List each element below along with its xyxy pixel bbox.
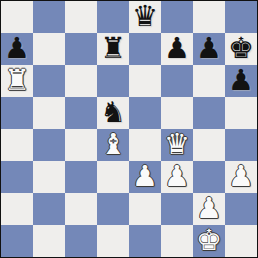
black-rook[interactable]: ♜ bbox=[100, 32, 126, 64]
square-b6[interactable] bbox=[33, 65, 65, 97]
square-g7[interactable]: ♟ bbox=[193, 33, 225, 65]
square-d1[interactable] bbox=[97, 225, 129, 257]
square-c3[interactable] bbox=[65, 161, 97, 193]
square-d8[interactable] bbox=[97, 1, 129, 33]
square-d7[interactable]: ♜ bbox=[97, 33, 129, 65]
square-e3[interactable]: ♟ bbox=[129, 161, 161, 193]
square-b4[interactable] bbox=[33, 129, 65, 161]
square-d3[interactable] bbox=[97, 161, 129, 193]
square-a8[interactable] bbox=[1, 1, 33, 33]
square-b8[interactable] bbox=[33, 1, 65, 33]
chess-board: ♛♟♜♟♟♚♜♟♞♝♛♟♟♟♟♚ bbox=[1, 1, 257, 257]
chess-board-frame: ♛♟♜♟♟♚♜♟♞♝♛♟♟♟♟♚ bbox=[0, 0, 258, 258]
square-f8[interactable] bbox=[161, 1, 193, 33]
square-c4[interactable] bbox=[65, 129, 97, 161]
black-knight[interactable]: ♞ bbox=[100, 96, 126, 128]
square-g6[interactable] bbox=[193, 65, 225, 97]
square-e4[interactable] bbox=[129, 129, 161, 161]
square-b1[interactable] bbox=[33, 225, 65, 257]
white-king[interactable]: ♚ bbox=[196, 224, 222, 256]
square-c2[interactable] bbox=[65, 193, 97, 225]
square-g1[interactable]: ♚ bbox=[193, 225, 225, 257]
square-b2[interactable] bbox=[33, 193, 65, 225]
white-pawn[interactable]: ♟ bbox=[196, 192, 222, 224]
square-g3[interactable] bbox=[193, 161, 225, 193]
square-b5[interactable] bbox=[33, 97, 65, 129]
square-c8[interactable] bbox=[65, 1, 97, 33]
square-h2[interactable] bbox=[225, 193, 257, 225]
square-a3[interactable] bbox=[1, 161, 33, 193]
square-a5[interactable] bbox=[1, 97, 33, 129]
square-f4[interactable]: ♛ bbox=[161, 129, 193, 161]
square-e6[interactable] bbox=[129, 65, 161, 97]
white-rook[interactable]: ♜ bbox=[4, 64, 30, 96]
square-h1[interactable] bbox=[225, 225, 257, 257]
white-pawn[interactable]: ♟ bbox=[228, 160, 254, 192]
square-e1[interactable] bbox=[129, 225, 161, 257]
square-a1[interactable] bbox=[1, 225, 33, 257]
square-a4[interactable] bbox=[1, 129, 33, 161]
black-pawn[interactable]: ♟ bbox=[164, 32, 190, 64]
square-h8[interactable] bbox=[225, 1, 257, 33]
square-f1[interactable] bbox=[161, 225, 193, 257]
square-h4[interactable] bbox=[225, 129, 257, 161]
square-f5[interactable] bbox=[161, 97, 193, 129]
square-c5[interactable] bbox=[65, 97, 97, 129]
square-f2[interactable] bbox=[161, 193, 193, 225]
square-f7[interactable]: ♟ bbox=[161, 33, 193, 65]
square-h3[interactable]: ♟ bbox=[225, 161, 257, 193]
white-pawn[interactable]: ♟ bbox=[132, 160, 158, 192]
square-g8[interactable] bbox=[193, 1, 225, 33]
square-c7[interactable] bbox=[65, 33, 97, 65]
square-a7[interactable]: ♟ bbox=[1, 33, 33, 65]
square-b3[interactable] bbox=[33, 161, 65, 193]
square-g4[interactable] bbox=[193, 129, 225, 161]
square-b7[interactable] bbox=[33, 33, 65, 65]
square-f6[interactable] bbox=[161, 65, 193, 97]
square-a2[interactable] bbox=[1, 193, 33, 225]
white-bishop[interactable]: ♝ bbox=[100, 128, 126, 160]
square-d6[interactable] bbox=[97, 65, 129, 97]
white-pawn[interactable]: ♟ bbox=[164, 160, 190, 192]
square-c1[interactable] bbox=[65, 225, 97, 257]
black-pawn[interactable]: ♟ bbox=[4, 32, 30, 64]
square-h7[interactable]: ♚ bbox=[225, 33, 257, 65]
square-g2[interactable]: ♟ bbox=[193, 193, 225, 225]
square-e2[interactable] bbox=[129, 193, 161, 225]
black-pawn[interactable]: ♟ bbox=[228, 64, 254, 96]
square-f3[interactable]: ♟ bbox=[161, 161, 193, 193]
square-e7[interactable] bbox=[129, 33, 161, 65]
square-c6[interactable] bbox=[65, 65, 97, 97]
square-d4[interactable]: ♝ bbox=[97, 129, 129, 161]
black-queen[interactable]: ♛ bbox=[132, 0, 158, 32]
square-a6[interactable]: ♜ bbox=[1, 65, 33, 97]
square-h5[interactable] bbox=[225, 97, 257, 129]
square-h6[interactable]: ♟ bbox=[225, 65, 257, 97]
square-e5[interactable] bbox=[129, 97, 161, 129]
square-d5[interactable]: ♞ bbox=[97, 97, 129, 129]
black-king[interactable]: ♚ bbox=[228, 32, 254, 64]
square-d2[interactable] bbox=[97, 193, 129, 225]
black-pawn[interactable]: ♟ bbox=[196, 32, 222, 64]
square-g5[interactable] bbox=[193, 97, 225, 129]
square-e8[interactable]: ♛ bbox=[129, 1, 161, 33]
white-queen[interactable]: ♛ bbox=[164, 128, 190, 160]
